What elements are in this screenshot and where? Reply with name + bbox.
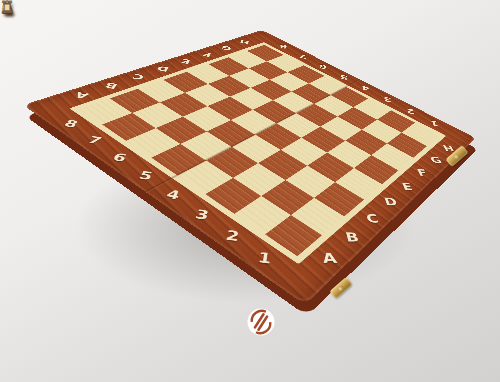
rank-label-far: 6 [317, 63, 329, 71]
rank-label-near: 2 [221, 228, 244, 245]
file-label-far: G [219, 44, 234, 52]
file-label-near: G [427, 155, 445, 165]
rank-label-far: 7 [297, 53, 309, 60]
rank-label-near: 8 [58, 118, 83, 130]
file-label-near: E [398, 181, 417, 192]
file-label-far: D [154, 64, 172, 73]
rank-label-near: 4 [161, 187, 185, 202]
piece-white-rook[interactable]: ♜ [0, 0, 14, 16]
rank-label-near: 3 [190, 207, 214, 223]
rank-label-near: 1 [253, 249, 276, 267]
brand-logo-icon [243, 304, 279, 340]
rank-label-near: 7 [82, 134, 107, 147]
file-label-near: F [413, 168, 432, 178]
file-label-far: H [238, 38, 252, 45]
file-label-far: B [101, 81, 122, 91]
rank-label-far: 4 [359, 84, 372, 92]
file-label-far: C [129, 72, 148, 81]
rank-label-near: 6 [107, 151, 132, 164]
file-label-far: F [199, 50, 215, 58]
rank-label-near: 5 [133, 169, 157, 183]
rank-label-far: 5 [338, 73, 350, 81]
rank-label-far: 8 [277, 43, 290, 50]
file-label-near: A [318, 251, 340, 266]
file-label-near: C [362, 212, 383, 225]
file-label-far: A [70, 90, 93, 101]
file-label-far: E [177, 57, 194, 65]
chess-set-photo: 8AA87BB76CC65DD54EE43FF32GG21HH1 ♜♞♝♛♚♝♞… [0, 0, 500, 382]
file-label-near: B [342, 231, 363, 245]
file-label-near: D [381, 196, 401, 208]
